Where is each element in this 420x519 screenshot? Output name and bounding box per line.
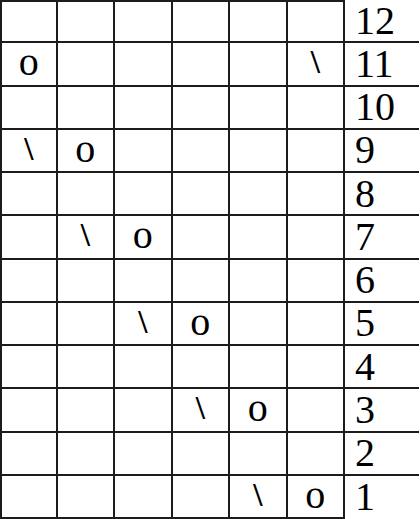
chart-cell-empty <box>288 389 346 432</box>
chart-cell-empty <box>58 43 116 86</box>
chart-cell-empty <box>115 476 173 519</box>
chart-cell-empty <box>230 173 288 216</box>
chart-cell-empty <box>58 346 116 389</box>
chart-cell-empty <box>288 260 346 303</box>
chart-cell-yarn-over: o <box>58 130 116 173</box>
chart-cell-decrease: \ <box>230 476 288 519</box>
chart-cell-empty <box>0 216 58 259</box>
chart-cell-empty <box>173 346 231 389</box>
chart-cell-decrease: \ <box>115 303 173 346</box>
chart-cell-empty <box>115 433 173 476</box>
chart-cell-empty <box>0 260 58 303</box>
chart-cell-empty <box>288 173 346 216</box>
chart-cell-empty <box>288 87 346 130</box>
chart-cell-empty <box>173 173 231 216</box>
chart-cell-empty <box>58 173 116 216</box>
row-number-label: 10 <box>345 87 419 130</box>
chart-cell-empty <box>288 433 346 476</box>
chart-cell-empty <box>58 260 116 303</box>
row-number-label: 6 <box>345 260 419 303</box>
chart-cell-empty <box>58 0 116 43</box>
chart-cell-empty <box>58 87 116 130</box>
chart-cell-empty <box>115 87 173 130</box>
row-number-label: 12 <box>345 0 419 43</box>
row-number-label: 3 <box>345 389 419 432</box>
chart-cell-empty <box>115 389 173 432</box>
chart-cell-decrease: \ <box>288 43 346 86</box>
chart-cell-empty <box>0 173 58 216</box>
chart-cell-empty <box>288 216 346 259</box>
chart-cell-empty <box>0 476 58 519</box>
chart-cell-empty <box>230 0 288 43</box>
chart-cell-empty <box>58 303 116 346</box>
chart-cell-empty <box>58 476 116 519</box>
chart-cell-empty <box>0 389 58 432</box>
chart-cell-decrease: \ <box>58 216 116 259</box>
chart-cell-empty <box>288 303 346 346</box>
chart-cell-empty <box>230 346 288 389</box>
chart-cell-empty <box>173 433 231 476</box>
row-number-label: 2 <box>345 433 419 476</box>
chart-cell-empty <box>58 389 116 432</box>
chart-cell-yarn-over: o <box>230 389 288 432</box>
knitting-chart-page: 12o\1110\o98\o76\o54\o32\o1 <box>0 0 420 519</box>
chart-cell-yarn-over: o <box>288 476 346 519</box>
chart-cell-empty <box>115 260 173 303</box>
knitting-chart-board: 12o\1110\o98\o76\o54\o32\o1 <box>0 0 419 519</box>
chart-cell-empty <box>115 130 173 173</box>
chart-cell-empty <box>288 130 346 173</box>
chart-cell-empty <box>115 43 173 86</box>
row-number-label: 11 <box>345 43 419 86</box>
chart-cell-empty <box>230 303 288 346</box>
chart-cell-empty <box>230 43 288 86</box>
chart-cell-empty <box>230 433 288 476</box>
chart-cell-empty <box>173 476 231 519</box>
chart-cell-empty <box>173 87 231 130</box>
row-number-label: 7 <box>345 216 419 259</box>
chart-cell-decrease: \ <box>173 389 231 432</box>
chart-cell-yarn-over: o <box>0 43 58 86</box>
chart-cell-empty <box>115 173 173 216</box>
row-number-label: 5 <box>345 303 419 346</box>
row-number-label: 1 <box>345 476 419 519</box>
chart-cell-empty <box>288 346 346 389</box>
chart-cell-empty <box>288 0 346 43</box>
chart-cell-empty <box>0 303 58 346</box>
chart-cell-empty <box>230 216 288 259</box>
chart-cell-empty <box>230 87 288 130</box>
chart-cell-empty <box>115 346 173 389</box>
row-number-label: 8 <box>345 173 419 216</box>
chart-cell-empty <box>230 130 288 173</box>
chart-cell-empty <box>173 130 231 173</box>
chart-cell-yarn-over: o <box>115 216 173 259</box>
chart-cell-empty <box>173 260 231 303</box>
chart-cell-empty <box>58 433 116 476</box>
chart-cell-empty <box>173 43 231 86</box>
chart-cell-empty <box>173 216 231 259</box>
chart-cell-empty <box>0 0 58 43</box>
chart-cell-empty <box>173 0 231 43</box>
chart-cell-empty <box>0 346 58 389</box>
chart-cell-empty <box>0 433 58 476</box>
row-number-label: 4 <box>345 346 419 389</box>
row-number-label: 9 <box>345 130 419 173</box>
chart-cell-decrease: \ <box>0 130 58 173</box>
chart-cell-empty <box>115 0 173 43</box>
chart-cell-empty <box>230 260 288 303</box>
chart-cell-yarn-over: o <box>173 303 231 346</box>
chart-cell-empty <box>0 87 58 130</box>
